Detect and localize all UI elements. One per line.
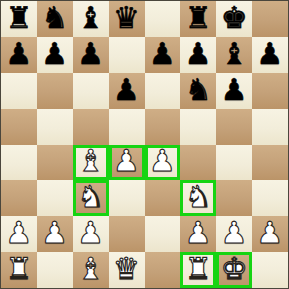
square-a6[interactable] [1, 73, 37, 109]
white-king: ♚ [221, 254, 248, 284]
chess-board: ♜♞♝♛♜♚♟♟♟♟♟♝♟♟♞♟♝♟♟♞♞♟♟♟♟♟♟♜♝♛♜♚ [0, 0, 289, 289]
square-h2[interactable]: ♟ [252, 216, 288, 252]
square-d3[interactable] [109, 180, 145, 216]
square-f3[interactable]: ♞ [180, 180, 216, 216]
white-pawn: ♟ [77, 218, 104, 248]
square-b5[interactable] [37, 109, 73, 145]
square-d7[interactable] [109, 37, 145, 73]
square-h5[interactable] [252, 109, 288, 145]
square-e4[interactable]: ♟ [145, 145, 181, 181]
white-pawn: ♟ [149, 146, 176, 176]
square-d1[interactable]: ♛ [109, 252, 145, 288]
square-a1[interactable]: ♜ [1, 252, 37, 288]
square-f2[interactable]: ♟ [180, 216, 216, 252]
white-pawn: ♟ [5, 218, 32, 248]
square-g4[interactable] [216, 145, 252, 181]
square-c3[interactable]: ♞ [73, 180, 109, 216]
white-pawn: ♟ [185, 218, 212, 248]
white-bishop: ♝ [77, 254, 104, 284]
square-b1[interactable] [37, 252, 73, 288]
square-g8[interactable]: ♚ [216, 1, 252, 37]
square-f8[interactable]: ♜ [180, 1, 216, 37]
square-a3[interactable] [1, 180, 37, 216]
black-bishop: ♝ [77, 3, 104, 33]
white-knight: ♞ [77, 182, 104, 212]
square-a4[interactable] [1, 145, 37, 181]
square-b3[interactable] [37, 180, 73, 216]
square-b6[interactable] [37, 73, 73, 109]
white-knight: ♞ [185, 182, 212, 212]
black-queen: ♛ [113, 3, 140, 33]
square-e5[interactable] [145, 109, 181, 145]
white-bishop: ♝ [77, 146, 104, 176]
square-a7[interactable]: ♟ [1, 37, 37, 73]
square-a2[interactable]: ♟ [1, 216, 37, 252]
square-g2[interactable]: ♟ [216, 216, 252, 252]
square-e2[interactable] [145, 216, 181, 252]
square-d6[interactable]: ♟ [109, 73, 145, 109]
square-e7[interactable]: ♟ [145, 37, 181, 73]
square-c6[interactable] [73, 73, 109, 109]
square-c8[interactable]: ♝ [73, 1, 109, 37]
white-pawn: ♟ [257, 218, 284, 248]
white-pawn: ♟ [113, 146, 140, 176]
square-h1[interactable] [252, 252, 288, 288]
square-g7[interactable]: ♝ [216, 37, 252, 73]
square-b7[interactable]: ♟ [37, 37, 73, 73]
black-pawn: ♟ [77, 39, 104, 69]
square-f7[interactable]: ♟ [180, 37, 216, 73]
black-bishop: ♝ [221, 39, 248, 69]
square-f4[interactable] [180, 145, 216, 181]
square-h7[interactable]: ♟ [252, 37, 288, 73]
square-g5[interactable] [216, 109, 252, 145]
white-pawn: ♟ [221, 218, 248, 248]
white-pawn: ♟ [41, 218, 68, 248]
square-f5[interactable] [180, 109, 216, 145]
square-g6[interactable]: ♟ [216, 73, 252, 109]
square-c7[interactable]: ♟ [73, 37, 109, 73]
square-e3[interactable] [145, 180, 181, 216]
square-g3[interactable] [216, 180, 252, 216]
white-rook: ♜ [185, 254, 212, 284]
square-h3[interactable] [252, 180, 288, 216]
square-c4[interactable]: ♝ [73, 145, 109, 181]
black-knight: ♞ [41, 3, 68, 33]
black-pawn: ♟ [185, 39, 212, 69]
black-pawn: ♟ [149, 39, 176, 69]
square-e6[interactable] [145, 73, 181, 109]
black-pawn: ♟ [113, 75, 140, 105]
black-pawn: ♟ [221, 75, 248, 105]
white-queen: ♛ [113, 254, 140, 284]
square-h4[interactable] [252, 145, 288, 181]
square-d8[interactable]: ♛ [109, 1, 145, 37]
square-c1[interactable]: ♝ [73, 252, 109, 288]
square-c2[interactable]: ♟ [73, 216, 109, 252]
square-b2[interactable]: ♟ [37, 216, 73, 252]
square-a8[interactable]: ♜ [1, 1, 37, 37]
square-h8[interactable] [252, 1, 288, 37]
square-d5[interactable] [109, 109, 145, 145]
square-c5[interactable] [73, 109, 109, 145]
square-a5[interactable] [1, 109, 37, 145]
square-d4[interactable]: ♟ [109, 145, 145, 181]
black-rook: ♜ [5, 3, 32, 33]
square-b4[interactable] [37, 145, 73, 181]
black-knight: ♞ [185, 75, 212, 105]
square-f6[interactable]: ♞ [180, 73, 216, 109]
square-d2[interactable] [109, 216, 145, 252]
square-h6[interactable] [252, 73, 288, 109]
black-pawn: ♟ [257, 39, 284, 69]
square-f1[interactable]: ♜ [180, 252, 216, 288]
black-rook: ♜ [185, 3, 212, 33]
black-king: ♚ [221, 3, 248, 33]
black-pawn: ♟ [41, 39, 68, 69]
square-b8[interactable]: ♞ [37, 1, 73, 37]
white-rook: ♜ [5, 254, 32, 284]
black-pawn: ♟ [5, 39, 32, 69]
square-g1[interactable]: ♚ [216, 252, 252, 288]
square-e8[interactable] [145, 1, 181, 37]
square-e1[interactable] [145, 252, 181, 288]
chess-board-container: ♜♞♝♛♜♚♟♟♟♟♟♝♟♟♞♟♝♟♟♞♞♟♟♟♟♟♟♜♝♛♜♚ [0, 0, 289, 289]
